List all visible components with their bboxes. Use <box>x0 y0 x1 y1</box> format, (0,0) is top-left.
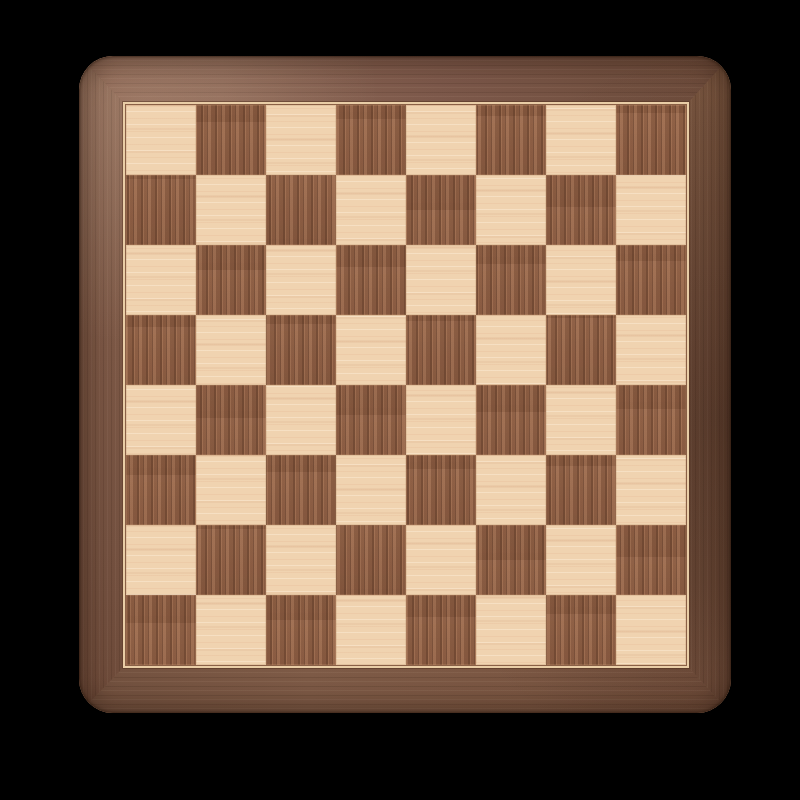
square-d5[interactable] <box>336 315 406 385</box>
square-a6[interactable] <box>126 245 196 315</box>
square-g3[interactable] <box>546 455 616 525</box>
square-d4[interactable] <box>336 385 406 455</box>
square-c2[interactable] <box>266 525 336 595</box>
square-h6[interactable] <box>616 245 686 315</box>
square-b5[interactable] <box>196 315 266 385</box>
square-e4[interactable] <box>406 385 476 455</box>
square-g7[interactable] <box>546 175 616 245</box>
square-g5[interactable] <box>546 315 616 385</box>
square-f2[interactable] <box>476 525 546 595</box>
square-c8[interactable] <box>266 105 336 175</box>
square-e5[interactable] <box>406 315 476 385</box>
square-h7[interactable] <box>616 175 686 245</box>
square-a4[interactable] <box>126 385 196 455</box>
square-f8[interactable] <box>476 105 546 175</box>
square-c7[interactable] <box>266 175 336 245</box>
square-d1[interactable] <box>336 595 406 665</box>
square-f7[interactable] <box>476 175 546 245</box>
square-d6[interactable] <box>336 245 406 315</box>
square-e2[interactable] <box>406 525 476 595</box>
square-a3[interactable] <box>126 455 196 525</box>
square-b1[interactable] <box>196 595 266 665</box>
square-c3[interactable] <box>266 455 336 525</box>
square-d3[interactable] <box>336 455 406 525</box>
square-e7[interactable] <box>406 175 476 245</box>
square-h8[interactable] <box>616 105 686 175</box>
square-b4[interactable] <box>196 385 266 455</box>
square-g6[interactable] <box>546 245 616 315</box>
square-f5[interactable] <box>476 315 546 385</box>
square-g2[interactable] <box>546 525 616 595</box>
square-c4[interactable] <box>266 385 336 455</box>
square-g4[interactable] <box>546 385 616 455</box>
square-c6[interactable] <box>266 245 336 315</box>
square-a2[interactable] <box>126 525 196 595</box>
page-background: { "game": "chess", "title": "Empty woode… <box>0 0 800 800</box>
square-b7[interactable] <box>196 175 266 245</box>
square-a8[interactable] <box>126 105 196 175</box>
square-h4[interactable] <box>616 385 686 455</box>
square-c1[interactable] <box>266 595 336 665</box>
square-b8[interactable] <box>196 105 266 175</box>
square-e3[interactable] <box>406 455 476 525</box>
square-a5[interactable] <box>126 315 196 385</box>
square-f4[interactable] <box>476 385 546 455</box>
square-d7[interactable] <box>336 175 406 245</box>
square-h5[interactable] <box>616 315 686 385</box>
square-h1[interactable] <box>616 595 686 665</box>
board-grid <box>125 104 687 666</box>
square-b2[interactable] <box>196 525 266 595</box>
square-d2[interactable] <box>336 525 406 595</box>
square-f3[interactable] <box>476 455 546 525</box>
square-a7[interactable] <box>126 175 196 245</box>
square-e8[interactable] <box>406 105 476 175</box>
square-e6[interactable] <box>406 245 476 315</box>
square-h3[interactable] <box>616 455 686 525</box>
square-e1[interactable] <box>406 595 476 665</box>
square-c5[interactable] <box>266 315 336 385</box>
square-b6[interactable] <box>196 245 266 315</box>
board-inlay-border <box>123 102 689 668</box>
square-f6[interactable] <box>476 245 546 315</box>
square-d8[interactable] <box>336 105 406 175</box>
square-h2[interactable] <box>616 525 686 595</box>
square-b3[interactable] <box>196 455 266 525</box>
square-a1[interactable] <box>126 595 196 665</box>
chessboard <box>79 56 731 713</box>
square-g8[interactable] <box>546 105 616 175</box>
square-g1[interactable] <box>546 595 616 665</box>
square-f1[interactable] <box>476 595 546 665</box>
